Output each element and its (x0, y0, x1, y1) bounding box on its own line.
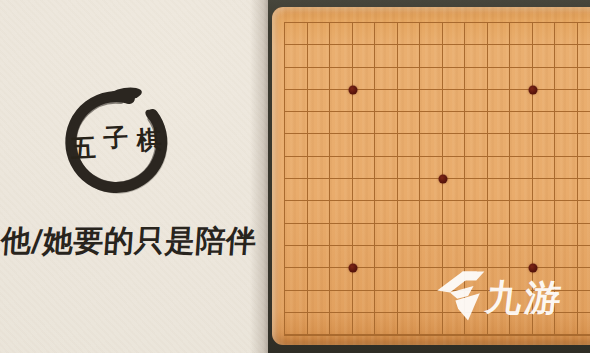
board-cell[interactable] (465, 23, 488, 45)
board-cell[interactable] (375, 68, 398, 90)
board-cell[interactable] (285, 45, 308, 67)
board-cell[interactable] (285, 201, 308, 223)
board-cell[interactable] (578, 134, 590, 156)
board-cell[interactable] (465, 45, 488, 67)
board-cell[interactable] (330, 179, 353, 201)
brand-text: 九游 (483, 274, 567, 323)
board-cell[interactable] (488, 23, 511, 45)
board-cell[interactable] (330, 224, 353, 246)
board-cell[interactable] (308, 68, 331, 90)
board-cell[interactable] (375, 313, 398, 335)
board-cell[interactable] (398, 224, 421, 246)
board-cell[interactable] (353, 313, 376, 335)
board-cell[interactable] (308, 313, 331, 335)
board-cell[interactable] (488, 134, 511, 156)
board-cell[interactable] (398, 68, 421, 90)
board-cell[interactable] (533, 68, 556, 90)
board-cell[interactable] (330, 134, 353, 156)
board-cell[interactable] (488, 201, 511, 223)
board-cell[interactable] (420, 90, 443, 112)
board-cell[interactable] (443, 157, 466, 179)
board-cell[interactable] (488, 112, 511, 134)
board-cell[interactable] (465, 112, 488, 134)
board-cell[interactable] (443, 201, 466, 223)
board-cell[interactable] (353, 179, 376, 201)
board-cell[interactable] (578, 90, 590, 112)
board-cell[interactable] (375, 179, 398, 201)
board-cell[interactable] (330, 112, 353, 134)
board-cell[interactable] (420, 45, 443, 67)
board-cell[interactable] (353, 68, 376, 90)
board-cell[interactable] (555, 45, 578, 67)
board-cell[interactable] (330, 201, 353, 223)
game-title-char: 棋 (132, 122, 167, 157)
board-cell[interactable] (330, 268, 353, 290)
board-cell[interactable] (308, 134, 331, 156)
board-cell[interactable] (510, 112, 533, 134)
board-cell[interactable] (353, 45, 376, 67)
board-cell[interactable] (578, 23, 590, 45)
board-cell[interactable] (375, 224, 398, 246)
board-cell[interactable] (285, 134, 308, 156)
board-cell[interactable] (533, 45, 556, 67)
board-cell[interactable] (443, 23, 466, 45)
board-cell[interactable] (510, 23, 533, 45)
board-cell[interactable] (353, 157, 376, 179)
panel-shadow (250, 0, 269, 353)
board-cell[interactable] (398, 112, 421, 134)
board-cell[interactable] (285, 90, 308, 112)
board-cell[interactable] (510, 201, 533, 223)
board-cell[interactable] (285, 112, 308, 134)
board-cell[interactable] (308, 224, 331, 246)
board-cell[interactable] (398, 201, 421, 223)
board-cell[interactable] (398, 23, 421, 45)
board-cell[interactable] (578, 201, 590, 223)
board-cell[interactable] (308, 246, 331, 268)
board-cell[interactable] (533, 179, 556, 201)
board-cell[interactable] (353, 268, 376, 290)
board-cell[interactable] (578, 179, 590, 201)
board-cell[interactable] (285, 268, 308, 290)
board-cell[interactable] (555, 23, 578, 45)
board-cell[interactable] (330, 68, 353, 90)
board-cell[interactable] (398, 268, 421, 290)
board-cell[interactable] (443, 112, 466, 134)
board-cell[interactable] (375, 112, 398, 134)
board-cell[interactable] (555, 134, 578, 156)
board-cell[interactable] (533, 23, 556, 45)
board-cell[interactable] (510, 90, 533, 112)
board-cell[interactable] (308, 157, 331, 179)
board-cell[interactable] (533, 90, 556, 112)
board-cell[interactable] (375, 23, 398, 45)
board-cell[interactable] (465, 68, 488, 90)
board-cell[interactable] (420, 201, 443, 223)
board-cell[interactable] (330, 291, 353, 313)
board-cell[interactable] (555, 179, 578, 201)
board-cell[interactable] (330, 90, 353, 112)
board-cell[interactable] (488, 68, 511, 90)
board-cell[interactable] (308, 112, 331, 134)
board-cell[interactable] (375, 90, 398, 112)
board-cell[interactable] (443, 45, 466, 67)
board-cell[interactable] (420, 23, 443, 45)
board-cell[interactable] (398, 291, 421, 313)
board-cell[interactable] (285, 23, 308, 45)
board-cell[interactable] (420, 179, 443, 201)
board-cell[interactable] (353, 90, 376, 112)
board-cell[interactable] (578, 224, 590, 246)
board-cell[interactable] (533, 134, 556, 156)
board-cell[interactable] (330, 45, 353, 67)
board-cell[interactable] (443, 224, 466, 246)
board-cell[interactable] (308, 201, 331, 223)
board-cell[interactable] (285, 313, 308, 335)
board-cell[interactable] (308, 291, 331, 313)
board-cell[interactable] (578, 112, 590, 134)
board-cell[interactable] (488, 157, 511, 179)
board-cell[interactable] (285, 291, 308, 313)
board-cell[interactable] (375, 157, 398, 179)
board-cell[interactable] (510, 134, 533, 156)
board-cell[interactable] (578, 68, 590, 90)
board-cell[interactable] (533, 201, 556, 223)
board-cell[interactable] (443, 179, 466, 201)
board-cell[interactable] (330, 23, 353, 45)
board-cell[interactable] (375, 134, 398, 156)
board-cell[interactable] (353, 112, 376, 134)
board-cell[interactable] (533, 112, 556, 134)
enso-logo: 五 子 棋 (55, 79, 177, 203)
board-cell[interactable] (533, 224, 556, 246)
board-cell[interactable] (308, 90, 331, 112)
board-cell[interactable] (308, 268, 331, 290)
board-cell[interactable] (510, 179, 533, 201)
board-cell[interactable] (398, 45, 421, 67)
board-cell[interactable] (555, 68, 578, 90)
board-cell[interactable] (420, 224, 443, 246)
board-cell[interactable] (578, 157, 590, 179)
board-cell[interactable] (488, 90, 511, 112)
board-cell[interactable] (330, 313, 353, 335)
board-cell[interactable] (398, 90, 421, 112)
board-cell[interactable] (465, 157, 488, 179)
board-cell[interactable] (353, 134, 376, 156)
board-cell[interactable] (555, 157, 578, 179)
board-cell[interactable] (488, 179, 511, 201)
board-cell[interactable] (375, 268, 398, 290)
board-cell[interactable] (510, 68, 533, 90)
tagline-text: 他/她要的只是陪伴 (0, 221, 270, 262)
board-cell[interactable] (308, 45, 331, 67)
board-cell[interactable] (375, 201, 398, 223)
board-cell[interactable] (420, 112, 443, 134)
board-cell[interactable] (488, 45, 511, 67)
board-cell[interactable] (353, 246, 376, 268)
board-cell[interactable] (308, 179, 331, 201)
board-cell[interactable] (443, 68, 466, 90)
board-cell[interactable] (398, 157, 421, 179)
board-cell[interactable] (555, 90, 578, 112)
board-cell[interactable] (465, 201, 488, 223)
board-cell[interactable] (555, 201, 578, 223)
board-cell[interactable] (375, 291, 398, 313)
board-cell[interactable] (533, 157, 556, 179)
board-cell[interactable] (353, 291, 376, 313)
board-cell[interactable] (420, 68, 443, 90)
board-cell[interactable] (375, 246, 398, 268)
board-cell[interactable] (555, 224, 578, 246)
board-cell[interactable] (308, 23, 331, 45)
game-title-char: 子 (98, 120, 133, 155)
game-title-char: 五 (66, 130, 101, 165)
board-cell[interactable] (285, 68, 308, 90)
board-cell[interactable] (285, 224, 308, 246)
board-cell[interactable] (398, 246, 421, 268)
board-cell[interactable] (285, 179, 308, 201)
game-title: 五 子 棋 (52, 76, 180, 206)
board-cell[interactable] (465, 224, 488, 246)
board-cell[interactable] (398, 134, 421, 156)
board-cell[interactable] (465, 90, 488, 112)
app-screen: 五 子 棋 他/她要的只是陪伴 九游 (0, 0, 590, 353)
board-cell[interactable] (330, 246, 353, 268)
board-cell[interactable] (420, 134, 443, 156)
board-cell[interactable] (353, 23, 376, 45)
board-cell[interactable] (510, 224, 533, 246)
board-cell[interactable] (443, 134, 466, 156)
board-cell[interactable] (330, 157, 353, 179)
board-cell[interactable] (420, 157, 443, 179)
board-cell[interactable] (353, 224, 376, 246)
board-cell[interactable] (465, 179, 488, 201)
board-cell[interactable] (578, 45, 590, 67)
board-cell[interactable] (555, 112, 578, 134)
board-cell[interactable] (488, 224, 511, 246)
board-cell[interactable] (510, 157, 533, 179)
board-cell[interactable] (353, 201, 376, 223)
brand-watermark: 九游 (430, 264, 580, 326)
board-cell[interactable] (375, 45, 398, 67)
board-cell[interactable] (398, 313, 421, 335)
board-cell[interactable] (285, 246, 308, 268)
board-cell[interactable] (510, 45, 533, 67)
board-cell[interactable] (398, 179, 421, 201)
board-cell[interactable] (443, 90, 466, 112)
nine-game-icon (430, 268, 488, 324)
board-cell[interactable] (465, 134, 488, 156)
board-cell[interactable] (285, 157, 308, 179)
